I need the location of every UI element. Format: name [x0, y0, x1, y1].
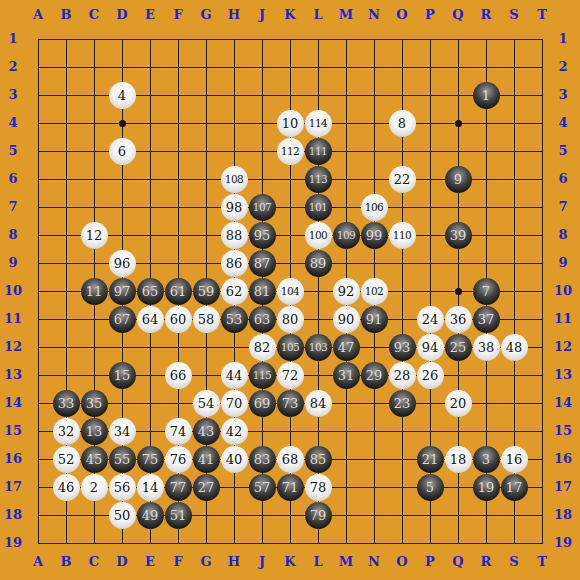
row-label-right-12: 12	[549, 333, 577, 361]
stone-number: 38	[478, 341, 495, 354]
stone-number: 104	[281, 286, 300, 297]
stone-white-64-E11: 64	[137, 306, 164, 333]
stone-number: 68	[282, 453, 299, 466]
col-label-bottom-G: G	[192, 553, 220, 571]
col-label-bottom-S: S	[500, 553, 528, 571]
stone-number: 64	[142, 313, 159, 326]
stone-number: 49	[142, 509, 159, 522]
stone-number: 106	[365, 202, 384, 213]
stone-black-49-E18: 49	[137, 502, 164, 529]
col-label-bottom-K: K	[276, 553, 304, 571]
stone-black-39-Q8: 39	[445, 222, 472, 249]
row-label-right-10: 10	[549, 277, 577, 305]
stone-number: 12	[86, 229, 103, 242]
row-label-left-19: 19	[0, 529, 26, 557]
stone-black-111-L5: 111	[305, 138, 332, 165]
row-label-left-17: 17	[0, 473, 26, 501]
stone-number: 96	[114, 257, 131, 270]
stone-black-115-J13: 115	[249, 362, 276, 389]
stone-white-84-L14: 84	[305, 390, 332, 417]
stone-number: 18	[450, 453, 467, 466]
stone-white-72-K13: 72	[277, 362, 304, 389]
row-label-right-19: 19	[549, 529, 577, 557]
stone-white-98-H7: 98	[221, 194, 248, 221]
row-label-left-18: 18	[0, 501, 26, 529]
stone-number: 66	[170, 369, 187, 382]
row-label-left-10: 10	[0, 277, 26, 305]
stone-white-40-H16: 40	[221, 446, 248, 473]
row-label-left-16: 16	[0, 445, 26, 473]
stone-number: 108	[225, 174, 244, 185]
stone-number: 91	[366, 313, 383, 326]
stone-white-46-B17: 46	[53, 474, 80, 501]
stone-black-69-J14: 69	[249, 390, 276, 417]
stone-black-79-L18: 79	[305, 502, 332, 529]
col-label-top-K: K	[276, 6, 304, 24]
stone-number: 15	[114, 369, 131, 382]
stone-number: 1	[482, 89, 490, 102]
stone-number: 19	[478, 481, 495, 494]
stone-number: 39	[450, 229, 467, 242]
stone-black-103-L12: 103	[305, 334, 332, 361]
stone-black-47-M12: 47	[333, 334, 360, 361]
stone-black-3-R16: 3	[473, 446, 500, 473]
col-label-bottom-E: E	[136, 553, 164, 571]
stone-black-59-G10: 59	[193, 278, 220, 305]
stone-number: 51	[170, 509, 187, 522]
stone-white-6-D5: 6	[109, 138, 136, 165]
stone-number: 52	[58, 453, 75, 466]
stone-black-71-K17: 71	[277, 474, 304, 501]
col-label-bottom-N: N	[360, 553, 388, 571]
col-label-top-J: J	[248, 6, 276, 24]
stone-number: 31	[338, 369, 355, 382]
stone-number: 79	[310, 509, 327, 522]
stone-number: 83	[254, 453, 271, 466]
stone-number: 44	[226, 369, 243, 382]
col-label-top-Q: Q	[444, 6, 472, 24]
go-board: 1234567891011121314151617181920212223242…	[0, 0, 580, 580]
stone-number: 17	[506, 481, 523, 494]
stone-number: 92	[338, 285, 355, 298]
stone-white-28-O13: 28	[389, 362, 416, 389]
stone-number: 6	[118, 145, 126, 158]
stone-black-51-F18: 51	[165, 502, 192, 529]
stone-black-65-E10: 65	[137, 278, 164, 305]
stone-black-95-J8: 95	[249, 222, 276, 249]
col-label-top-F: F	[164, 6, 192, 24]
row-label-right-6: 6	[549, 165, 577, 193]
stone-white-12-C8: 12	[81, 222, 108, 249]
stone-white-108-H6: 108	[221, 166, 248, 193]
row-label-right-2: 2	[549, 53, 577, 81]
stone-white-2-C17: 2	[81, 474, 108, 501]
stone-white-4-D3: 4	[109, 82, 136, 109]
stone-number: 27	[198, 481, 215, 494]
stone-number: 50	[114, 509, 131, 522]
stone-number: 94	[422, 341, 439, 354]
stone-number: 67	[114, 313, 131, 326]
row-label-left-11: 11	[0, 305, 26, 333]
stone-white-56-D17: 56	[109, 474, 136, 501]
stone-number: 29	[366, 369, 383, 382]
stone-black-97-D10: 97	[109, 278, 136, 305]
stone-number: 87	[254, 257, 271, 270]
stone-black-23-O14: 23	[389, 390, 416, 417]
stone-number: 61	[170, 285, 187, 298]
stone-number: 85	[310, 453, 327, 466]
stone-white-100-L8: 100	[305, 222, 332, 249]
col-label-bottom-J: J	[248, 553, 276, 571]
row-label-right-5: 5	[549, 137, 577, 165]
stone-black-37-R11: 37	[473, 306, 500, 333]
stone-black-105-K12: 105	[277, 334, 304, 361]
row-label-left-5: 5	[0, 137, 26, 165]
row-label-right-9: 9	[549, 249, 577, 277]
col-label-top-P: P	[416, 6, 444, 24]
stone-white-102-N10: 102	[361, 278, 388, 305]
stone-number: 71	[282, 481, 299, 494]
col-label-bottom-B: B	[52, 553, 80, 571]
row-label-right-8: 8	[549, 221, 577, 249]
col-label-top-B: B	[52, 6, 80, 24]
stone-white-52-B16: 52	[53, 446, 80, 473]
stone-black-93-O12: 93	[389, 334, 416, 361]
stone-number: 55	[114, 453, 131, 466]
stone-number: 21	[422, 453, 439, 466]
stone-white-66-F13: 66	[165, 362, 192, 389]
row-label-right-17: 17	[549, 473, 577, 501]
col-label-bottom-P: P	[416, 553, 444, 571]
stone-white-48-S12: 48	[501, 334, 528, 361]
stone-white-24-P11: 24	[417, 306, 444, 333]
row-label-right-15: 15	[549, 417, 577, 445]
stone-white-90-M11: 90	[333, 306, 360, 333]
stone-number: 54	[198, 397, 215, 410]
row-label-left-3: 3	[0, 81, 26, 109]
stone-number: 105	[281, 342, 300, 353]
stone-number: 41	[198, 453, 215, 466]
stone-white-94-P12: 94	[417, 334, 444, 361]
stone-black-55-D16: 55	[109, 446, 136, 473]
stone-white-20-Q14: 20	[445, 390, 472, 417]
stone-number: 76	[170, 453, 187, 466]
stone-number: 69	[254, 397, 271, 410]
stone-number: 26	[422, 369, 439, 382]
stone-number: 115	[253, 370, 272, 381]
col-label-top-C: C	[80, 6, 108, 24]
stone-white-38-R12: 38	[473, 334, 500, 361]
stone-number: 63	[254, 313, 271, 326]
stones-grid: 1234567891011121314151617181920212223242…	[24, 25, 556, 557]
col-label-top-S: S	[500, 6, 528, 24]
stone-number: 59	[198, 285, 215, 298]
stone-number: 107	[253, 202, 272, 213]
stone-white-86-H9: 86	[221, 250, 248, 277]
stone-white-54-G14: 54	[193, 390, 220, 417]
row-label-left-12: 12	[0, 333, 26, 361]
col-label-top-H: H	[220, 6, 248, 24]
stone-number: 62	[226, 285, 243, 298]
col-label-top-D: D	[108, 6, 136, 24]
col-label-top-L: L	[304, 6, 332, 24]
stone-number: 84	[310, 397, 327, 410]
col-label-top-R: R	[472, 6, 500, 24]
stone-number: 99	[366, 229, 383, 242]
stone-black-17-S17: 17	[501, 474, 528, 501]
stone-number: 73	[282, 397, 299, 410]
stone-number: 70	[226, 397, 243, 410]
stone-number: 90	[338, 313, 355, 326]
stone-number: 88	[226, 229, 243, 242]
stone-black-19-R17: 19	[473, 474, 500, 501]
stone-white-78-L17: 78	[305, 474, 332, 501]
stone-number: 23	[394, 397, 411, 410]
stone-number: 89	[310, 257, 327, 270]
stone-white-16-S16: 16	[501, 446, 528, 473]
stone-black-101-L7: 101	[305, 194, 332, 221]
stone-number: 14	[142, 481, 159, 494]
row-label-right-3: 3	[549, 81, 577, 109]
stone-number: 103	[309, 342, 328, 353]
stone-number: 24	[422, 313, 439, 326]
stone-number: 7	[482, 285, 490, 298]
stone-number: 25	[450, 341, 467, 354]
stone-number: 47	[338, 341, 355, 354]
stone-white-14-E17: 14	[137, 474, 164, 501]
stone-white-92-M10: 92	[333, 278, 360, 305]
stone-number: 11	[86, 285, 103, 298]
stone-number: 113	[309, 174, 328, 185]
stone-black-5-P17: 5	[417, 474, 444, 501]
stone-white-96-D9: 96	[109, 250, 136, 277]
row-label-left-9: 9	[0, 249, 26, 277]
col-label-top-E: E	[136, 6, 164, 24]
col-label-bottom-D: D	[108, 553, 136, 571]
stone-black-11-C10: 11	[81, 278, 108, 305]
stone-number: 5	[426, 481, 434, 494]
stone-number: 95	[254, 229, 271, 242]
row-label-left-15: 15	[0, 417, 26, 445]
stone-number: 78	[310, 481, 327, 494]
row-label-left-2: 2	[0, 53, 26, 81]
stone-white-42-H15: 42	[221, 418, 248, 445]
stone-black-81-J10: 81	[249, 278, 276, 305]
stone-number: 34	[114, 425, 131, 438]
row-label-right-14: 14	[549, 389, 577, 417]
stone-black-99-N8: 99	[361, 222, 388, 249]
stone-white-88-H8: 88	[221, 222, 248, 249]
row-label-right-1: 1	[549, 25, 577, 53]
stone-number: 10	[282, 117, 299, 130]
col-label-bottom-H: H	[220, 553, 248, 571]
stone-number: 37	[478, 313, 495, 326]
stone-number: 3	[482, 453, 490, 466]
stone-white-104-K10: 104	[277, 278, 304, 305]
stone-white-110-O8: 110	[389, 222, 416, 249]
stone-white-34-D15: 34	[109, 418, 136, 445]
col-label-top-O: O	[388, 6, 416, 24]
stone-black-7-R10: 7	[473, 278, 500, 305]
stone-white-62-H10: 62	[221, 278, 248, 305]
stone-white-80-K11: 80	[277, 306, 304, 333]
stone-number: 60	[170, 313, 187, 326]
col-label-bottom-L: L	[304, 553, 332, 571]
row-label-right-4: 4	[549, 109, 577, 137]
stone-number: 72	[282, 369, 299, 382]
stone-black-89-L9: 89	[305, 250, 332, 277]
stone-black-77-F17: 77	[165, 474, 192, 501]
stone-white-68-K16: 68	[277, 446, 304, 473]
stone-number: 53	[226, 313, 243, 326]
stone-number: 102	[365, 286, 384, 297]
col-label-bottom-A: A	[24, 553, 52, 571]
stone-black-1-R3: 1	[473, 82, 500, 109]
stone-number: 45	[86, 453, 103, 466]
stone-white-22-O6: 22	[389, 166, 416, 193]
stone-black-9-Q6: 9	[445, 166, 472, 193]
stone-number: 77	[170, 481, 187, 494]
stone-number: 20	[450, 397, 467, 410]
stone-number: 4	[118, 89, 126, 102]
col-label-bottom-O: O	[388, 553, 416, 571]
stone-number: 58	[198, 313, 215, 326]
stone-number: 101	[309, 202, 328, 213]
stone-black-67-D11: 67	[109, 306, 136, 333]
stone-number: 56	[114, 481, 131, 494]
col-label-top-G: G	[192, 6, 220, 24]
stone-black-107-J7: 107	[249, 194, 276, 221]
stone-number: 75	[142, 453, 159, 466]
row-label-left-1: 1	[0, 25, 26, 53]
row-label-right-7: 7	[549, 193, 577, 221]
stone-white-60-F11: 60	[165, 306, 192, 333]
stone-number: 48	[506, 341, 523, 354]
stone-black-61-F10: 61	[165, 278, 192, 305]
stone-white-18-Q16: 18	[445, 446, 472, 473]
stone-number: 46	[58, 481, 75, 494]
stone-white-32-B15: 32	[53, 418, 80, 445]
stone-black-85-L16: 85	[305, 446, 332, 473]
row-label-left-13: 13	[0, 361, 26, 389]
stone-white-106-N7: 106	[361, 194, 388, 221]
stone-number: 33	[58, 397, 75, 410]
stone-white-114-L4: 114	[305, 110, 332, 137]
stone-number: 2	[90, 481, 98, 494]
stone-number: 111	[309, 146, 328, 157]
stone-white-70-H14: 70	[221, 390, 248, 417]
stone-number: 114	[309, 118, 328, 129]
stone-number: 110	[393, 230, 412, 241]
stone-number: 109	[337, 230, 356, 241]
col-label-bottom-F: F	[164, 553, 192, 571]
stone-black-53-H11: 53	[221, 306, 248, 333]
stone-number: 81	[254, 285, 271, 298]
stone-white-10-K4: 10	[277, 110, 304, 137]
row-label-right-13: 13	[549, 361, 577, 389]
stone-black-63-J11: 63	[249, 306, 276, 333]
stone-number: 35	[86, 397, 103, 410]
stone-white-82-J12: 82	[249, 334, 276, 361]
stone-white-36-Q11: 36	[445, 306, 472, 333]
stone-number: 43	[198, 425, 215, 438]
col-label-bottom-C: C	[80, 553, 108, 571]
col-label-top-A: A	[24, 6, 52, 24]
stone-black-25-Q12: 25	[445, 334, 472, 361]
stone-number: 65	[142, 285, 159, 298]
row-label-left-14: 14	[0, 389, 26, 417]
stone-number: 16	[506, 453, 523, 466]
stone-black-91-N11: 91	[361, 306, 388, 333]
stone-number: 40	[226, 453, 243, 466]
stone-white-50-D18: 50	[109, 502, 136, 529]
col-label-bottom-R: R	[472, 553, 500, 571]
col-label-top-N: N	[360, 6, 388, 24]
col-label-bottom-M: M	[332, 553, 360, 571]
stone-white-44-H13: 44	[221, 362, 248, 389]
stone-number: 98	[226, 201, 243, 214]
stone-number: 36	[450, 313, 467, 326]
row-label-right-16: 16	[549, 445, 577, 473]
row-label-left-7: 7	[0, 193, 26, 221]
stone-number: 9	[454, 173, 462, 186]
col-label-top-M: M	[332, 6, 360, 24]
stone-number: 86	[226, 257, 243, 270]
stone-white-74-F15: 74	[165, 418, 192, 445]
stone-number: 97	[114, 285, 131, 298]
col-label-bottom-Q: Q	[444, 553, 472, 571]
stone-number: 82	[254, 341, 271, 354]
stone-number: 57	[254, 481, 271, 494]
row-label-right-11: 11	[549, 305, 577, 333]
row-label-left-8: 8	[0, 221, 26, 249]
row-label-left-6: 6	[0, 165, 26, 193]
stone-black-45-C16: 45	[81, 446, 108, 473]
stone-white-112-K5: 112	[277, 138, 304, 165]
stone-number: 28	[394, 369, 411, 382]
stone-black-29-N13: 29	[361, 362, 388, 389]
stone-black-43-G15: 43	[193, 418, 220, 445]
stone-black-57-J17: 57	[249, 474, 276, 501]
stone-black-31-M13: 31	[333, 362, 360, 389]
stone-black-73-K14: 73	[277, 390, 304, 417]
stone-number: 42	[226, 425, 243, 438]
stone-white-26-P13: 26	[417, 362, 444, 389]
stone-number: 100	[309, 230, 328, 241]
stone-number: 112	[281, 146, 300, 157]
stone-black-13-C15: 13	[81, 418, 108, 445]
col-label-top-T: T	[528, 6, 556, 24]
stone-number: 22	[394, 173, 411, 186]
stone-black-35-C14: 35	[81, 390, 108, 417]
stone-black-75-E16: 75	[137, 446, 164, 473]
stone-number: 8	[398, 117, 406, 130]
stone-black-113-L6: 113	[305, 166, 332, 193]
stone-black-21-P16: 21	[417, 446, 444, 473]
row-label-right-18: 18	[549, 501, 577, 529]
stone-number: 13	[86, 425, 103, 438]
stone-number: 80	[282, 313, 299, 326]
stone-number: 74	[170, 425, 187, 438]
stone-white-58-G11: 58	[193, 306, 220, 333]
stone-number: 32	[58, 425, 75, 438]
stone-black-83-J16: 83	[249, 446, 276, 473]
stone-black-109-M8: 109	[333, 222, 360, 249]
stone-number: 93	[394, 341, 411, 354]
row-label-left-4: 4	[0, 109, 26, 137]
stone-white-76-F16: 76	[165, 446, 192, 473]
stone-black-27-G17: 27	[193, 474, 220, 501]
